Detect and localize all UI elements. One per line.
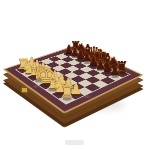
watermark bbox=[65, 140, 84, 145]
white-rook-h1[interactable]: ♜ bbox=[59, 83, 74, 100]
brass-clasp-icon bbox=[21, 87, 28, 93]
black-pawn-h7[interactable]: ♟ bbox=[109, 65, 121, 78]
chess-set-product-photo: ♜♟♞♟♝♟♛♟♚♟♝♟♟♜♞♟♟♞♜♟♟♝♟♛♟♚♟♝♟♞♟♜ bbox=[0, 0, 150, 150]
